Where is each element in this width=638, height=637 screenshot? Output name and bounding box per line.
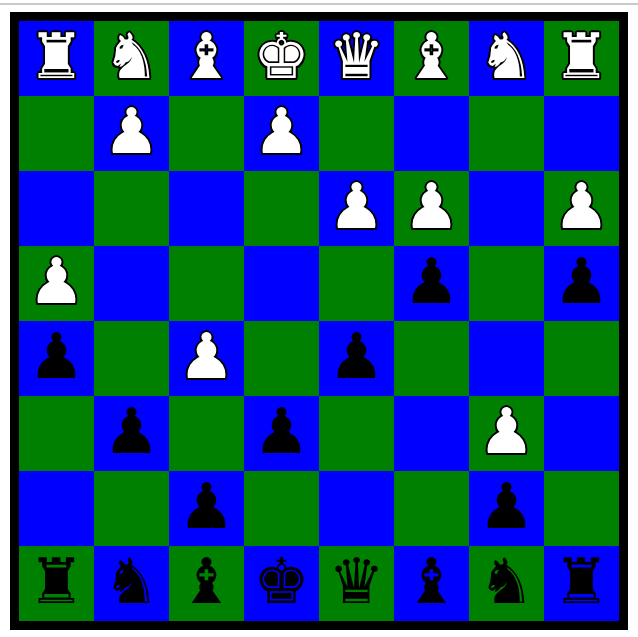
square-a6[interactable] bbox=[544, 396, 619, 471]
square-a7[interactable] bbox=[544, 471, 619, 546]
piece-white-rook: ♜ bbox=[28, 25, 84, 88]
square-a2[interactable] bbox=[544, 96, 619, 171]
piece-black-pawn: ♟ bbox=[253, 400, 309, 463]
piece-white-pawn: ♟ bbox=[403, 175, 459, 238]
square-c3[interactable]: ♟ bbox=[394, 171, 469, 246]
square-e5[interactable] bbox=[244, 321, 319, 396]
square-f8[interactable]: ♝ bbox=[169, 546, 244, 621]
square-g7[interactable] bbox=[94, 471, 169, 546]
piece-black-rook: ♜ bbox=[553, 550, 609, 613]
square-g8[interactable]: ♞ bbox=[94, 546, 169, 621]
square-h3[interactable] bbox=[19, 171, 94, 246]
square-h5[interactable]: ♟ bbox=[19, 321, 94, 396]
square-h8[interactable]: ♜ bbox=[19, 546, 94, 621]
square-d8[interactable]: ♛ bbox=[319, 546, 394, 621]
square-f3[interactable] bbox=[169, 171, 244, 246]
square-h1[interactable]: ♜ bbox=[19, 21, 94, 96]
square-e8[interactable]: ♚ bbox=[244, 546, 319, 621]
piece-black-knight: ♞ bbox=[478, 550, 534, 613]
piece-white-pawn: ♟ bbox=[553, 175, 609, 238]
square-g4[interactable] bbox=[94, 246, 169, 321]
square-e7[interactable] bbox=[244, 471, 319, 546]
piece-white-pawn: ♟ bbox=[253, 100, 309, 163]
square-a4[interactable]: ♟ bbox=[544, 246, 619, 321]
square-b6[interactable]: ♟ bbox=[469, 396, 544, 471]
square-d3[interactable]: ♟ bbox=[319, 171, 394, 246]
window-top-edge-line bbox=[0, 3, 638, 5]
piece-black-bishop: ♝ bbox=[403, 550, 459, 613]
piece-white-pawn: ♟ bbox=[178, 325, 234, 388]
square-c5[interactable] bbox=[394, 321, 469, 396]
piece-black-knight: ♞ bbox=[103, 550, 159, 613]
piece-black-pawn: ♟ bbox=[178, 475, 234, 538]
piece-white-queen: ♛ bbox=[328, 25, 384, 88]
piece-white-pawn: ♟ bbox=[28, 250, 84, 313]
square-f6[interactable] bbox=[169, 396, 244, 471]
piece-white-pawn: ♟ bbox=[103, 100, 159, 163]
piece-white-pawn: ♟ bbox=[328, 175, 384, 238]
piece-black-bishop: ♝ bbox=[178, 550, 234, 613]
square-b4[interactable] bbox=[469, 246, 544, 321]
square-f4[interactable] bbox=[169, 246, 244, 321]
square-e4[interactable] bbox=[244, 246, 319, 321]
piece-black-pawn: ♟ bbox=[403, 250, 459, 313]
square-h4[interactable]: ♟ bbox=[19, 246, 94, 321]
square-a3[interactable]: ♟ bbox=[544, 171, 619, 246]
square-f5[interactable]: ♟ bbox=[169, 321, 244, 396]
board-frame: ♜♞♝♚♛♝♞♜♟♟♟♟♟♟♟♟♟♟♟♟♟♟♟♟♜♞♝♚♛♝♞♜ bbox=[10, 12, 628, 630]
square-g2[interactable]: ♟ bbox=[94, 96, 169, 171]
square-b7[interactable]: ♟ bbox=[469, 471, 544, 546]
square-f7[interactable]: ♟ bbox=[169, 471, 244, 546]
piece-black-king: ♚ bbox=[253, 550, 309, 613]
square-c1[interactable]: ♝ bbox=[394, 21, 469, 96]
square-h2[interactable] bbox=[19, 96, 94, 171]
square-g1[interactable]: ♞ bbox=[94, 21, 169, 96]
square-e1[interactable]: ♚ bbox=[244, 21, 319, 96]
piece-white-pawn: ♟ bbox=[478, 400, 534, 463]
square-a8[interactable]: ♜ bbox=[544, 546, 619, 621]
square-b8[interactable]: ♞ bbox=[469, 546, 544, 621]
square-a1[interactable]: ♜ bbox=[544, 21, 619, 96]
square-h7[interactable] bbox=[19, 471, 94, 546]
piece-black-pawn: ♟ bbox=[478, 475, 534, 538]
square-d6[interactable] bbox=[319, 396, 394, 471]
square-f2[interactable] bbox=[169, 96, 244, 171]
piece-black-queen: ♛ bbox=[328, 550, 384, 613]
square-c7[interactable] bbox=[394, 471, 469, 546]
square-e3[interactable] bbox=[244, 171, 319, 246]
square-d1[interactable]: ♛ bbox=[319, 21, 394, 96]
piece-black-pawn: ♟ bbox=[553, 250, 609, 313]
piece-white-knight: ♞ bbox=[103, 25, 159, 88]
piece-white-king: ♚ bbox=[253, 25, 309, 88]
square-g6[interactable]: ♟ bbox=[94, 396, 169, 471]
square-c8[interactable]: ♝ bbox=[394, 546, 469, 621]
square-b3[interactable] bbox=[469, 171, 544, 246]
piece-black-pawn: ♟ bbox=[28, 325, 84, 388]
square-g3[interactable] bbox=[94, 171, 169, 246]
piece-white-rook: ♜ bbox=[553, 25, 609, 88]
square-c2[interactable] bbox=[394, 96, 469, 171]
piece-white-bishop: ♝ bbox=[178, 25, 234, 88]
square-d5[interactable]: ♟ bbox=[319, 321, 394, 396]
square-h6[interactable] bbox=[19, 396, 94, 471]
square-d7[interactable] bbox=[319, 471, 394, 546]
square-c6[interactable] bbox=[394, 396, 469, 471]
piece-white-knight: ♞ bbox=[478, 25, 534, 88]
piece-black-pawn: ♟ bbox=[103, 400, 159, 463]
piece-black-rook: ♜ bbox=[28, 550, 84, 613]
square-c4[interactable]: ♟ bbox=[394, 246, 469, 321]
piece-white-bishop: ♝ bbox=[403, 25, 459, 88]
square-f1[interactable]: ♝ bbox=[169, 21, 244, 96]
square-e6[interactable]: ♟ bbox=[244, 396, 319, 471]
square-b2[interactable] bbox=[469, 96, 544, 171]
square-g5[interactable] bbox=[94, 321, 169, 396]
square-a5[interactable] bbox=[544, 321, 619, 396]
chess-board: ♜♞♝♚♛♝♞♜♟♟♟♟♟♟♟♟♟♟♟♟♟♟♟♟♜♞♝♚♛♝♞♜ bbox=[19, 21, 619, 621]
square-d2[interactable] bbox=[319, 96, 394, 171]
square-b1[interactable]: ♞ bbox=[469, 21, 544, 96]
piece-black-pawn: ♟ bbox=[328, 325, 384, 388]
square-b5[interactable] bbox=[469, 321, 544, 396]
square-e2[interactable]: ♟ bbox=[244, 96, 319, 171]
square-d4[interactable] bbox=[319, 246, 394, 321]
